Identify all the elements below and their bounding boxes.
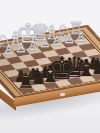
piece-white-pawn-d2: ♙	[39, 36, 51, 49]
pieces-layer: ♖♘♗♔♕♗♘♖♙♙♙♙♙♙♙♙♟♟♟♟♟♟♟♟♜♞♝♚♛♝♞♜	[0, 0, 100, 133]
piece-white-pawn-f2: ♙	[15, 41, 27, 54]
piece-black-rook-h8: ♜	[17, 71, 35, 91]
piece-white-pawn-e2: ♙	[27, 39, 39, 52]
piece-white-pawn-g2: ♙	[3, 43, 15, 56]
piece-white-pawn-h2: ♙	[0, 45, 2, 58]
chess-set-photo: ♖♘♗♔♕♗♘♖♙♙♙♙♙♙♙♙♟♟♟♟♟♟♟♟♜♞♝♚♛♝♞♜	[0, 0, 100, 133]
piece-white-pawn-b2: ♙	[63, 32, 75, 45]
piece-white-pawn-c2: ♙	[51, 34, 63, 47]
piece-white-pawn-a2: ♙	[75, 30, 87, 43]
